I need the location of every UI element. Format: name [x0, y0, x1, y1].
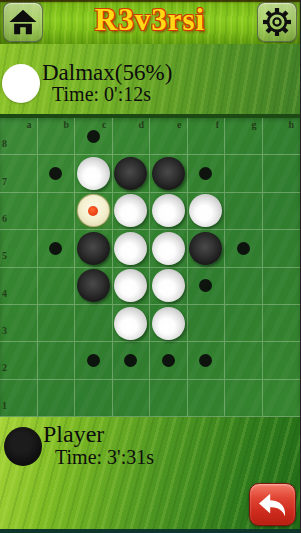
app-screen: R3v3rsi Dalmax(56%) Time: 0':12s — [0, 0, 300, 533]
cell-g8[interactable] — [225, 118, 263, 155]
cell-h8[interactable] — [263, 118, 301, 155]
cell-d2[interactable] — [113, 342, 151, 379]
cell-b8[interactable] — [38, 118, 76, 155]
cell-b4[interactable] — [38, 268, 76, 305]
cell-h5[interactable] — [263, 230, 301, 267]
cell-g5[interactable] — [225, 230, 263, 267]
board-grid — [0, 118, 300, 417]
cell-a8[interactable] — [0, 118, 38, 155]
undo-arrow-icon — [256, 491, 290, 519]
cell-c1[interactable] — [75, 380, 113, 417]
legal-move-dot — [124, 354, 137, 367]
cell-b6[interactable] — [38, 193, 76, 230]
cell-e7[interactable] — [150, 155, 188, 192]
board: abcdefgh 87654321 — [0, 114, 300, 417]
cell-a4[interactable] — [0, 268, 38, 305]
cell-g2[interactable] — [225, 342, 263, 379]
cell-h7[interactable] — [263, 155, 301, 192]
cell-b5[interactable] — [38, 230, 76, 267]
cell-c3[interactable] — [75, 305, 113, 342]
white-disc — [189, 194, 222, 227]
undo-button[interactable] — [249, 483, 296, 526]
gear-icon — [260, 5, 294, 39]
legal-move-dot — [49, 167, 62, 180]
cell-d3[interactable] — [113, 305, 151, 342]
black-disc — [152, 157, 185, 190]
legal-move-dot — [87, 354, 100, 367]
cell-a2[interactable] — [0, 342, 38, 379]
cell-c7[interactable] — [75, 155, 113, 192]
cell-c8[interactable] — [75, 118, 113, 155]
cell-d1[interactable] — [113, 380, 151, 417]
player-panel-bottom: Player Time: 3':31s — [0, 417, 300, 533]
cell-f1[interactable] — [188, 380, 226, 417]
white-disc — [114, 194, 147, 227]
cell-f8[interactable] — [188, 118, 226, 155]
settings-button[interactable] — [257, 2, 297, 42]
cell-d6[interactable] — [113, 193, 151, 230]
cell-e4[interactable] — [150, 268, 188, 305]
bottom-bar — [0, 529, 300, 533]
last-move-white-disc — [77, 194, 110, 227]
cell-b1[interactable] — [38, 380, 76, 417]
cell-e8[interactable] — [150, 118, 188, 155]
black-disc — [77, 269, 110, 302]
player-time-top: Time: 0':12s — [52, 83, 151, 106]
cell-a1[interactable] — [0, 380, 38, 417]
white-disc — [152, 194, 185, 227]
cell-e5[interactable] — [150, 230, 188, 267]
cell-a7[interactable] — [0, 155, 38, 192]
black-disc — [189, 232, 222, 265]
cell-h1[interactable] — [263, 380, 301, 417]
cell-g7[interactable] — [225, 155, 263, 192]
cell-c2[interactable] — [75, 342, 113, 379]
legal-move-dot — [199, 354, 212, 367]
cell-f2[interactable] — [188, 342, 226, 379]
cell-c6[interactable] — [75, 193, 113, 230]
cell-d8[interactable] — [113, 118, 151, 155]
cell-c5[interactable] — [75, 230, 113, 267]
cell-b3[interactable] — [38, 305, 76, 342]
cell-c4[interactable] — [75, 268, 113, 305]
cell-b7[interactable] — [38, 155, 76, 192]
cell-a6[interactable] — [0, 193, 38, 230]
cell-g4[interactable] — [225, 268, 263, 305]
legal-move-dot — [199, 167, 212, 180]
player-time-bottom: Time: 3':31s — [55, 446, 154, 469]
cell-a3[interactable] — [0, 305, 38, 342]
cell-d4[interactable] — [113, 268, 151, 305]
app-title: R3v3rsi — [0, 2, 300, 38]
cell-b2[interactable] — [38, 342, 76, 379]
legal-move-dot — [237, 242, 250, 255]
cell-h4[interactable] — [263, 268, 301, 305]
black-disc — [114, 157, 147, 190]
cell-f4[interactable] — [188, 268, 226, 305]
cell-a5[interactable] — [0, 230, 38, 267]
cell-h6[interactable] — [263, 193, 301, 230]
legal-move-dot — [87, 130, 100, 143]
legal-move-dot — [49, 242, 62, 255]
white-disc — [114, 232, 147, 265]
cell-e2[interactable] — [150, 342, 188, 379]
legal-move-dot — [199, 279, 212, 292]
cell-f7[interactable] — [188, 155, 226, 192]
cell-e1[interactable] — [150, 380, 188, 417]
cell-f5[interactable] — [188, 230, 226, 267]
black-disc — [77, 232, 110, 265]
cell-g1[interactable] — [225, 380, 263, 417]
player-name-bottom: Player — [43, 421, 104, 448]
player-disc-white — [2, 64, 40, 103]
cell-g6[interactable] — [225, 193, 263, 230]
cell-d5[interactable] — [113, 230, 151, 267]
cell-f6[interactable] — [188, 193, 226, 230]
cell-e3[interactable] — [150, 305, 188, 342]
cell-h2[interactable] — [263, 342, 301, 379]
player-panel-top: Dalmax(56%) Time: 0':12s — [0, 44, 300, 114]
top-edge — [0, 0, 300, 2]
white-disc — [152, 269, 185, 302]
white-disc — [114, 269, 147, 302]
header: R3v3rsi — [0, 0, 300, 44]
legal-move-dot — [162, 354, 175, 367]
white-disc — [114, 307, 147, 340]
white-disc — [152, 232, 185, 265]
player-disc-black — [4, 427, 42, 466]
cell-h3[interactable] — [263, 305, 301, 342]
white-disc — [152, 307, 185, 340]
last-move-marker-icon — [88, 206, 98, 216]
cell-e6[interactable] — [150, 193, 188, 230]
cell-f3[interactable] — [188, 305, 226, 342]
cell-g3[interactable] — [225, 305, 263, 342]
cell-d7[interactable] — [113, 155, 151, 192]
white-disc — [77, 157, 110, 190]
